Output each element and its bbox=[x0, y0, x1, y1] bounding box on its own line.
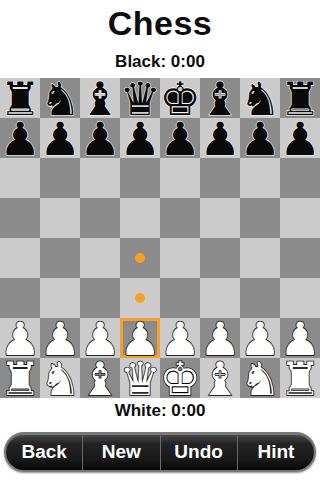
square-b1[interactable]: ♞ bbox=[40, 358, 80, 398]
square-b5[interactable] bbox=[40, 198, 80, 238]
black-pawn-e7[interactable]: ♟ bbox=[159, 116, 200, 162]
square-c1[interactable]: ♝ bbox=[80, 358, 120, 398]
black-pawn-c7[interactable]: ♟ bbox=[79, 116, 120, 162]
white-bishop-c1[interactable]: ♝ bbox=[79, 356, 120, 402]
square-d5[interactable] bbox=[120, 198, 160, 238]
white-king-e1[interactable]: ♚ bbox=[159, 356, 200, 402]
square-c5[interactable] bbox=[80, 198, 120, 238]
square-a4[interactable] bbox=[0, 238, 40, 278]
square-c4[interactable] bbox=[80, 238, 120, 278]
black-pawn-b7[interactable]: ♟ bbox=[39, 116, 80, 162]
square-e7[interactable]: ♟ bbox=[160, 118, 200, 158]
toolbar: Back New Undo Hint bbox=[4, 432, 316, 472]
square-d7[interactable]: ♟ bbox=[120, 118, 160, 158]
square-a1[interactable]: ♜ bbox=[0, 358, 40, 398]
square-d6[interactable] bbox=[120, 158, 160, 198]
square-g6[interactable] bbox=[240, 158, 280, 198]
page-title: Chess bbox=[0, 2, 320, 44]
back-button[interactable]: Back bbox=[6, 434, 82, 470]
square-h6[interactable] bbox=[280, 158, 320, 198]
square-e4[interactable] bbox=[160, 238, 200, 278]
square-d1[interactable]: ♛ bbox=[120, 358, 160, 398]
black-pawn-f7[interactable]: ♟ bbox=[199, 116, 240, 162]
square-b4[interactable] bbox=[40, 238, 80, 278]
square-e5[interactable] bbox=[160, 198, 200, 238]
white-bishop-f1[interactable]: ♝ bbox=[199, 356, 240, 402]
black-pawn-d7[interactable]: ♟ bbox=[119, 116, 160, 162]
square-a5[interactable] bbox=[0, 198, 40, 238]
square-f5[interactable] bbox=[200, 198, 240, 238]
black-pawn-g7[interactable]: ♟ bbox=[239, 116, 280, 162]
white-clock: White: 0:00 bbox=[0, 401, 320, 421]
square-a6[interactable] bbox=[0, 158, 40, 198]
square-g4[interactable] bbox=[240, 238, 280, 278]
square-e1[interactable]: ♚ bbox=[160, 358, 200, 398]
square-c6[interactable] bbox=[80, 158, 120, 198]
square-a7[interactable]: ♟ bbox=[0, 118, 40, 158]
white-rook-h1[interactable]: ♜ bbox=[279, 356, 320, 402]
white-knight-g1[interactable]: ♞ bbox=[239, 356, 280, 402]
chess-board[interactable]: ♜♞♝♛♚♝♞♜♟♟♟♟♟♟♟♟♟♟♟♟♟♟♟♟♜♞♝♛♚♝♞♜ bbox=[0, 78, 320, 398]
square-d4[interactable] bbox=[120, 238, 160, 278]
square-h5[interactable] bbox=[280, 198, 320, 238]
square-b6[interactable] bbox=[40, 158, 80, 198]
square-f7[interactable]: ♟ bbox=[200, 118, 240, 158]
square-g7[interactable]: ♟ bbox=[240, 118, 280, 158]
move-hint-dot-d4[interactable] bbox=[135, 253, 145, 263]
square-f1[interactable]: ♝ bbox=[200, 358, 240, 398]
square-g5[interactable] bbox=[240, 198, 280, 238]
white-knight-b1[interactable]: ♞ bbox=[39, 356, 80, 402]
new-button[interactable]: New bbox=[82, 434, 159, 470]
square-h4[interactable] bbox=[280, 238, 320, 278]
black-pawn-a7[interactable]: ♟ bbox=[0, 116, 41, 162]
white-rook-a1[interactable]: ♜ bbox=[0, 356, 41, 402]
square-g1[interactable]: ♞ bbox=[240, 358, 280, 398]
square-h1[interactable]: ♜ bbox=[280, 358, 320, 398]
black-clock: Black: 0:00 bbox=[0, 52, 320, 72]
square-b7[interactable]: ♟ bbox=[40, 118, 80, 158]
black-pawn-h7[interactable]: ♟ bbox=[279, 116, 320, 162]
square-h7[interactable]: ♟ bbox=[280, 118, 320, 158]
square-f4[interactable] bbox=[200, 238, 240, 278]
undo-button[interactable]: Undo bbox=[160, 434, 237, 470]
square-f6[interactable] bbox=[200, 158, 240, 198]
move-hint-dot-d3[interactable] bbox=[135, 293, 145, 303]
hint-button[interactable]: Hint bbox=[237, 434, 314, 470]
white-queen-d1[interactable]: ♛ bbox=[119, 356, 160, 402]
square-e6[interactable] bbox=[160, 158, 200, 198]
square-c7[interactable]: ♟ bbox=[80, 118, 120, 158]
